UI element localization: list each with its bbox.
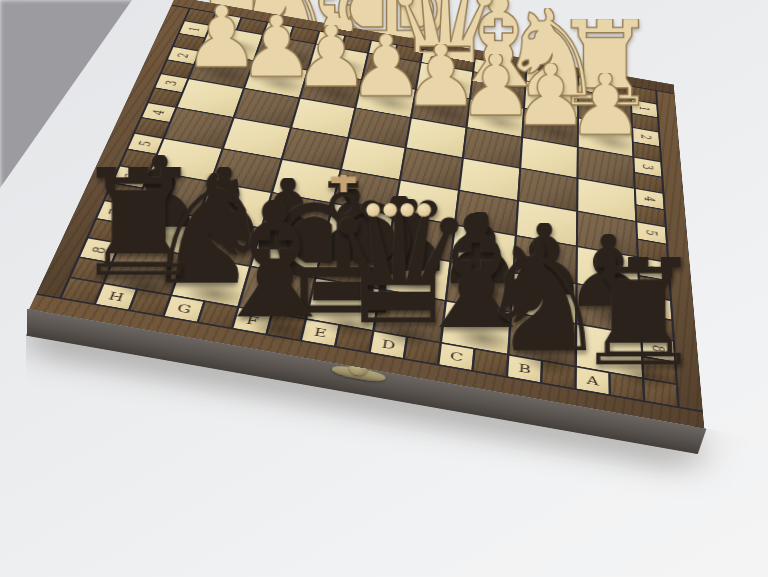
black-knight-b8: ♞ bbox=[474, 240, 612, 355]
coord-label-text: B bbox=[534, 72, 544, 82]
coord-label-text: G bbox=[175, 301, 193, 316]
coord-label-text: E bbox=[377, 44, 388, 53]
chessboard: HH11GG22FF33EE44DD55CC66BB77AA88♜♞♝♚✚♛♝♞… bbox=[29, 0, 704, 428]
coord-label-text: 3 bbox=[639, 163, 656, 171]
black-bishop-f8: ♝ bbox=[203, 200, 347, 321]
black-rook-h8: ♜ bbox=[72, 167, 206, 279]
coord-label-text: 3 bbox=[162, 79, 181, 86]
coord-label-text: 4 bbox=[149, 109, 168, 117]
piece-glyph: ♝ bbox=[203, 200, 347, 321]
bead-icon bbox=[401, 203, 415, 217]
piece-glyph: ♞ bbox=[474, 240, 612, 355]
coord-label-text: 4 bbox=[641, 195, 659, 203]
coord-label-text: A bbox=[587, 81, 596, 91]
coord-label-text: A bbox=[587, 373, 599, 389]
bead-icon bbox=[367, 203, 381, 217]
table-surface: HH11GG22FF33EE44DD55CC66BB77AA88♜♞♝♚✚♛♝♞… bbox=[0, 0, 768, 577]
coord-label-text: F bbox=[325, 35, 336, 44]
coord-label-text: C bbox=[449, 349, 463, 365]
coord-label-text: C bbox=[482, 63, 493, 73]
piece-glyph: ♜ bbox=[72, 167, 206, 279]
piece-glyph: ♟ bbox=[567, 73, 644, 137]
coord-label-text: D bbox=[429, 53, 441, 63]
square-h3 bbox=[178, 79, 243, 117]
white-pawn-a2: ♟ bbox=[567, 73, 644, 137]
bead-icon bbox=[384, 203, 398, 217]
queen-bead-accent bbox=[367, 203, 432, 217]
bead-icon bbox=[418, 203, 432, 217]
